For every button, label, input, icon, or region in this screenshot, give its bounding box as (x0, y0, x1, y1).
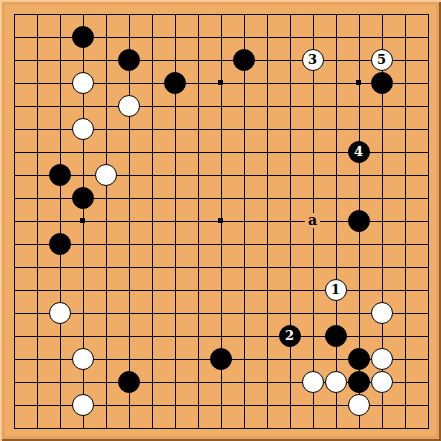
point-label-a: a (305, 213, 320, 228)
move-3-stone: 3 (301, 48, 324, 71)
white-stone-glyph (118, 95, 140, 117)
black-stone (324, 324, 347, 347)
black-stone (347, 370, 370, 393)
white-stone-glyph (325, 371, 347, 393)
white-stone (117, 94, 140, 117)
white-stone (370, 370, 393, 393)
black-stone-glyph: 2 (279, 325, 301, 347)
black-stone-glyph (233, 49, 255, 71)
black-stone-glyph (348, 348, 370, 370)
white-stone (71, 117, 94, 140)
black-stone (232, 48, 255, 71)
black-stone (347, 209, 370, 232)
star-point-dot (356, 80, 361, 85)
white-stone-glyph: 1 (325, 279, 347, 301)
black-stone-glyph (371, 72, 393, 94)
star-point (209, 209, 232, 232)
black-stone-glyph (210, 348, 232, 370)
white-stone-glyph (72, 118, 94, 140)
star-point (71, 209, 94, 232)
white-stone-glyph (371, 348, 393, 370)
white-stone-glyph: 5 (371, 49, 393, 71)
white-stone (71, 347, 94, 370)
white-stone (370, 347, 393, 370)
black-stone-glyph (49, 164, 71, 186)
star-point-dot (218, 218, 223, 223)
black-stone (117, 48, 140, 71)
black-stone-glyph (118, 49, 140, 71)
star-point-dot (80, 218, 85, 223)
black-stone-glyph (118, 371, 140, 393)
white-stone-glyph (371, 302, 393, 324)
white-stone-glyph (72, 72, 94, 94)
move-1-stone: 1 (324, 278, 347, 301)
white-stone-glyph (371, 371, 393, 393)
white-stone (71, 393, 94, 416)
white-stone (370, 301, 393, 324)
label-a: a (301, 209, 324, 232)
black-stone-glyph: 4 (348, 141, 370, 163)
black-stone-glyph (164, 72, 186, 94)
white-stone-glyph (72, 348, 94, 370)
black-stone (370, 71, 393, 94)
black-stone (48, 232, 71, 255)
white-stone (48, 301, 71, 324)
star-point (209, 71, 232, 94)
black-stone (48, 163, 71, 186)
go-board: 42351a (0, 0, 441, 441)
white-stone-glyph (95, 164, 117, 186)
white-stone-glyph (348, 394, 370, 416)
white-stone-glyph (49, 302, 71, 324)
black-stone (347, 347, 370, 370)
black-stone-glyph (348, 371, 370, 393)
white-stone (71, 71, 94, 94)
white-stone (301, 370, 324, 393)
black-stone-glyph (348, 210, 370, 232)
move-5-stone: 5 (370, 48, 393, 71)
white-stone-glyph (72, 394, 94, 416)
stone-grid: 42351a (2, 2, 439, 439)
black-stone (117, 370, 140, 393)
black-stone (71, 25, 94, 48)
white-stone (347, 393, 370, 416)
black-stone-glyph (72, 26, 94, 48)
move-2-stone: 2 (278, 324, 301, 347)
black-stone (209, 347, 232, 370)
white-stone (324, 370, 347, 393)
star-point (347, 71, 370, 94)
star-point-dot (218, 80, 223, 85)
black-stone-glyph (325, 325, 347, 347)
black-stone-glyph (72, 187, 94, 209)
white-stone-glyph: 3 (302, 49, 324, 71)
white-stone-glyph (302, 371, 324, 393)
black-stone-glyph (49, 233, 71, 255)
black-stone (163, 71, 186, 94)
white-stone (94, 163, 117, 186)
black-stone (71, 186, 94, 209)
move-4-stone: 4 (347, 140, 370, 163)
